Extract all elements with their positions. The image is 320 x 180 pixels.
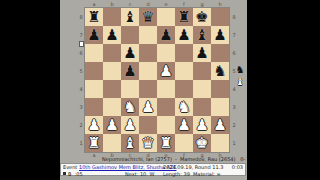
- piece-white-P-e5: ♟: [157, 62, 175, 80]
- coord-label-8: 8: [78, 8, 84, 26]
- square-b5: [103, 62, 121, 80]
- coord-label-4: 4: [78, 80, 84, 98]
- square-h6: [211, 44, 229, 62]
- square-b2: ♟: [103, 116, 121, 134]
- piece-white-R-e1: ♜: [157, 134, 175, 152]
- square-b7: ♟: [103, 26, 121, 44]
- square-a1: ♜: [85, 134, 103, 152]
- piece-black-B-c8: ♝: [121, 8, 139, 26]
- coord-label-1: 1: [78, 134, 84, 152]
- piece-black-P-a7: ♟: [85, 26, 103, 44]
- square-d1: ♛: [139, 134, 157, 152]
- coord-label-a: a: [85, 1, 103, 7]
- material-balance: Material: =: [193, 172, 221, 177]
- coord-label-e: e: [157, 1, 175, 7]
- coord-label-3: 3: [78, 98, 84, 116]
- square-f7: ♟: [175, 26, 193, 44]
- square-g6: ♟: [193, 44, 211, 62]
- game-length: Length: 39: [163, 172, 190, 177]
- coord-label-7: 7: [231, 26, 237, 44]
- piece-white-R-a1: ♜: [85, 134, 103, 152]
- piece-black-Q-d8: ♛: [139, 8, 157, 26]
- piece-black-P-c6: ♟: [121, 44, 139, 62]
- square-g3: [193, 98, 211, 116]
- square-h5: ♞: [211, 62, 229, 80]
- square-f3: ♞: [175, 98, 193, 116]
- square-f1: [175, 134, 193, 152]
- white-to-move-marker: [79, 41, 84, 47]
- square-c5: ♟: [121, 62, 139, 80]
- square-b8: [103, 8, 121, 26]
- coord-label-3: 3: [231, 98, 237, 116]
- square-a2: ♟: [85, 116, 103, 134]
- square-h3: [211, 98, 229, 116]
- piece-white-P-c2: ♟: [121, 116, 139, 134]
- game-info-box: Event : 10th Gashimov Mem Blitz, Shusha …: [60, 163, 246, 176]
- square-d6: [139, 44, 157, 62]
- square-h2: ♟: [211, 116, 229, 134]
- square-c7: [121, 26, 139, 44]
- square-f8: ♜: [175, 8, 193, 26]
- piece-white-P-d3: ♟: [139, 98, 157, 116]
- coord-label-h: h: [211, 1, 229, 7]
- square-b1: [103, 134, 121, 152]
- piece-black-P-c5: ♟: [121, 62, 139, 80]
- square-f2: ♟: [175, 116, 193, 134]
- square-a3: [85, 98, 103, 116]
- square-b3: [103, 98, 121, 116]
- square-c3: ♞: [121, 98, 139, 116]
- square-e4: [157, 80, 175, 98]
- square-e7: ♟: [157, 26, 175, 44]
- square-b4: [103, 80, 121, 98]
- piece-black-P-e7: ♟: [157, 26, 175, 44]
- square-e1: ♜: [157, 134, 175, 152]
- square-a5: [85, 62, 103, 80]
- white-clock: 0:03: [232, 165, 243, 170]
- coord-label-g: g: [193, 1, 211, 7]
- square-g8: ♚: [193, 8, 211, 26]
- coord-label-2: 2: [78, 116, 84, 134]
- piece-black-R-f8: ♜: [175, 8, 193, 26]
- square-e2: [157, 116, 175, 134]
- square-f4: [175, 80, 193, 98]
- piece-white-Q-d1: ♛: [139, 134, 157, 152]
- square-c2: ♟: [121, 116, 139, 134]
- rank-labels-left: 87654321: [78, 8, 84, 152]
- chess-board: ♜♝♛♜♚♟♟♟♟♝♟♟♟♟♟♞♞♟♞♟♟♟♟♟♟♜♝♛♜♚: [85, 8, 229, 152]
- piece-white-K-g1: ♚: [193, 134, 211, 152]
- coord-label-c: c: [121, 1, 139, 7]
- piece-white-B-c1: ♝: [121, 134, 139, 152]
- square-d2: [139, 116, 157, 134]
- square-a8: ♜: [85, 8, 103, 26]
- black-clock: B :05: [68, 172, 83, 177]
- square-g7: ♝: [193, 26, 211, 44]
- coord-label-8: 8: [231, 8, 237, 26]
- captured-white-bishop-icon: ♝: [234, 76, 246, 87]
- square-f5: [175, 62, 193, 80]
- square-e3: [157, 98, 175, 116]
- square-h1: [211, 134, 229, 152]
- file-labels-top: abcdefgh: [85, 1, 229, 7]
- piece-black-P-h7: ♟: [211, 26, 229, 44]
- square-a7: ♟: [85, 26, 103, 44]
- video-frame: abcdefgh abcdefgh 87654321 87654321 ♜♝♛♜…: [0, 0, 320, 180]
- square-d7: [139, 26, 157, 44]
- coord-label-b: b: [103, 1, 121, 7]
- captured-black-knight-icon: ♞: [234, 64, 246, 75]
- piece-white-P-h2: ♟: [211, 116, 229, 134]
- square-h4: [211, 80, 229, 98]
- next-move-indicator: Next: 10. W: [125, 172, 154, 177]
- event-name-link: 10th Gashimov Mem Blitz, Shusha AZE: [79, 165, 176, 170]
- square-h7: ♟: [211, 26, 229, 44]
- piece-black-K-g8: ♚: [193, 8, 211, 26]
- players-line: Nepomniachtchi, Ian (2757) - Mamedov, Ra…: [60, 156, 246, 163]
- square-d8: ♛: [139, 8, 157, 26]
- square-g5: [193, 62, 211, 80]
- square-c4: [121, 80, 139, 98]
- square-c8: ♝: [121, 8, 139, 26]
- piece-black-R-a8: ♜: [85, 8, 103, 26]
- square-g1: ♚: [193, 134, 211, 152]
- square-a6: [85, 44, 103, 62]
- coord-label-1: 1: [231, 134, 237, 152]
- coord-label-d: d: [139, 1, 157, 7]
- square-f6: [175, 44, 193, 62]
- square-g2: ♟: [193, 116, 211, 134]
- coord-label-5: 5: [78, 62, 84, 80]
- event-label: Event :: [63, 165, 81, 170]
- square-c1: ♝: [121, 134, 139, 152]
- square-d4: [139, 80, 157, 98]
- coord-label-6: 6: [231, 44, 237, 62]
- piece-white-P-f2: ♟: [175, 116, 193, 134]
- square-e8: [157, 8, 175, 26]
- piece-white-N-c3: ♞: [121, 98, 139, 116]
- piece-black-P-g6: ♟: [193, 44, 211, 62]
- square-c6: ♟: [121, 44, 139, 62]
- square-g4: [193, 80, 211, 98]
- square-d3: ♟: [139, 98, 157, 116]
- black-square-icon: [63, 172, 66, 175]
- square-d5: [139, 62, 157, 80]
- event-date: 2024.09.19, Round 11.3: [163, 165, 223, 170]
- coord-label-2: 2: [231, 116, 237, 134]
- piece-white-P-a2: ♟: [85, 116, 103, 134]
- piece-black-P-b7: ♟: [103, 26, 121, 44]
- piece-white-P-b2: ♟: [103, 116, 121, 134]
- piece-white-N-f3: ♞: [175, 98, 193, 116]
- square-a4: [85, 80, 103, 98]
- square-e6: [157, 44, 175, 62]
- piece-black-B-g7: ♝: [193, 26, 211, 44]
- piece-black-P-f7: ♟: [175, 26, 193, 44]
- square-b6: [103, 44, 121, 62]
- square-h8: [211, 8, 229, 26]
- piece-black-N-h5: ♞: [211, 62, 229, 80]
- coord-label-f: f: [175, 1, 193, 7]
- square-e5: ♟: [157, 62, 175, 80]
- piece-white-P-g2: ♟: [193, 116, 211, 134]
